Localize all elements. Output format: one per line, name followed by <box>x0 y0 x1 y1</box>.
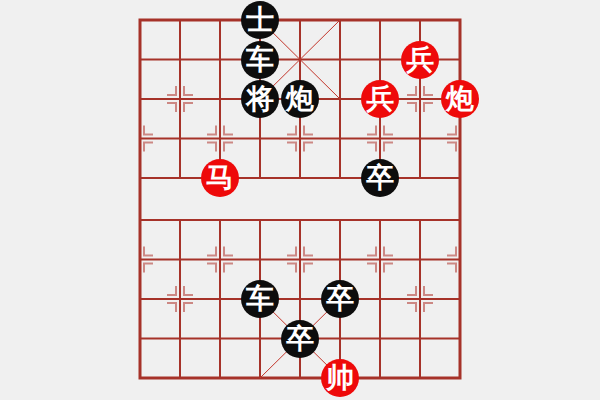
piece-black-advisor[interactable]: 士 <box>241 1 279 39</box>
xiangqi-app-screen: 士车兵将炮兵炮马卒车卒卒帅 <box>0 0 600 400</box>
piece-black-soldier[interactable]: 卒 <box>361 159 399 197</box>
piece-red-soldier[interactable]: 兵 <box>401 41 439 79</box>
xiangqi-board[interactable]: 士车兵将炮兵炮马卒车卒卒帅 <box>140 20 460 378</box>
piece-red-cannon[interactable]: 炮 <box>441 80 479 118</box>
piece-red-soldier[interactable]: 兵 <box>361 80 399 118</box>
piece-black-general[interactable]: 将 <box>241 80 279 118</box>
piece-red-general[interactable]: 帅 <box>321 359 359 397</box>
piece-red-horse[interactable]: 马 <box>201 159 239 197</box>
piece-black-soldier[interactable]: 卒 <box>281 320 319 358</box>
piece-black-chariot[interactable]: 车 <box>241 280 279 318</box>
piece-black-chariot[interactable]: 车 <box>241 41 279 79</box>
piece-black-soldier[interactable]: 卒 <box>321 280 359 318</box>
piece-black-cannon[interactable]: 炮 <box>281 80 319 118</box>
